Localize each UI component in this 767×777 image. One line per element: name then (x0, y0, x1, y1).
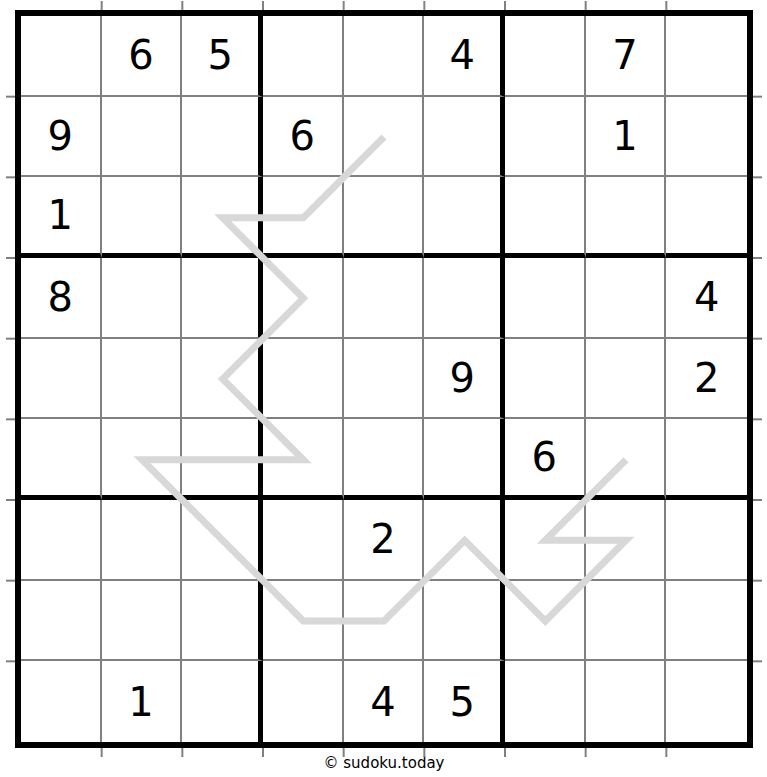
sudoku-board: 65479611849262145 (15, 10, 753, 748)
cell-r9c1[interactable] (21, 661, 102, 742)
cell-r3c4[interactable] (263, 177, 344, 258)
cell-r2c2[interactable] (102, 97, 183, 178)
cell-r3c8[interactable] (586, 177, 667, 258)
cell-r3c1[interactable]: 1 (21, 177, 102, 258)
cell-r7c7[interactable] (505, 500, 586, 581)
cell-r6c1[interactable] (21, 419, 102, 500)
cell-r3c7[interactable] (505, 177, 586, 258)
cell-r4c2[interactable] (102, 258, 183, 339)
cell-r9c5[interactable]: 4 (344, 661, 425, 742)
cell-r5c2[interactable] (102, 339, 183, 420)
given-digit-r5c9: 2 (694, 358, 719, 398)
cell-r7c3[interactable] (182, 500, 263, 581)
cell-r1c7[interactable] (505, 16, 586, 97)
cell-r7c1[interactable] (21, 500, 102, 581)
cell-r8c4[interactable] (263, 581, 344, 662)
cell-r1c2[interactable]: 6 (102, 16, 183, 97)
cell-r8c5[interactable] (344, 581, 425, 662)
cell-r2c8[interactable]: 1 (586, 97, 667, 178)
given-digit-r6c7: 6 (532, 437, 557, 477)
cell-r3c3[interactable] (182, 177, 263, 258)
cell-r2c6[interactable] (424, 97, 505, 178)
cell-r5c6[interactable]: 9 (424, 339, 505, 420)
cell-r1c1[interactable] (21, 16, 102, 97)
cell-r7c6[interactable] (424, 500, 505, 581)
cell-r8c1[interactable] (21, 581, 102, 662)
cell-r9c7[interactable] (505, 661, 586, 742)
given-digit-r7c5: 2 (370, 519, 395, 559)
given-digit-r4c9: 4 (694, 277, 719, 317)
cell-r7c5[interactable]: 2 (344, 500, 425, 581)
cell-r7c9[interactable] (666, 500, 747, 581)
cell-r6c3[interactable] (182, 419, 263, 500)
cell-r8c9[interactable] (666, 581, 747, 662)
cell-r5c8[interactable] (586, 339, 667, 420)
cell-r5c4[interactable] (263, 339, 344, 420)
cell-r4c5[interactable] (344, 258, 425, 339)
cell-r6c4[interactable] (263, 419, 344, 500)
cell-r9c3[interactable] (182, 661, 263, 742)
cell-r5c3[interactable] (182, 339, 263, 420)
cell-r6c2[interactable] (102, 419, 183, 500)
cell-r2c3[interactable] (182, 97, 263, 178)
cell-r4c3[interactable] (182, 258, 263, 339)
given-digit-r3c1: 1 (48, 195, 73, 235)
cell-r6c7[interactable]: 6 (505, 419, 586, 500)
cell-r2c1[interactable]: 9 (21, 97, 102, 178)
cell-r2c7[interactable] (505, 97, 586, 178)
given-digit-r5c6: 9 (449, 358, 474, 398)
sudoku-page: { "game": "sudoku", "board": { "rows": 9… (0, 0, 767, 777)
given-digit-r9c5: 4 (370, 682, 395, 722)
cell-r8c8[interactable] (586, 581, 667, 662)
cell-r4c7[interactable] (505, 258, 586, 339)
cell-r4c1[interactable]: 8 (21, 258, 102, 339)
cell-r6c6[interactable] (424, 419, 505, 500)
cell-r3c2[interactable] (102, 177, 183, 258)
cell-r3c6[interactable] (424, 177, 505, 258)
cell-r9c6[interactable]: 5 (424, 661, 505, 742)
cell-r4c6[interactable] (424, 258, 505, 339)
cell-r9c2[interactable]: 1 (102, 661, 183, 742)
cell-r1c8[interactable]: 7 (586, 16, 667, 97)
cell-r7c4[interactable] (263, 500, 344, 581)
cell-r9c8[interactable] (586, 661, 667, 742)
cell-r1c5[interactable] (344, 16, 425, 97)
given-digit-r2c8: 1 (612, 116, 637, 156)
given-digit-r1c6: 4 (449, 35, 474, 75)
cell-r8c6[interactable] (424, 581, 505, 662)
cell-r2c5[interactable] (344, 97, 425, 178)
copyright-text: © sudoku.today (15, 754, 753, 772)
cell-r6c8[interactable] (586, 419, 667, 500)
cell-r9c9[interactable] (666, 661, 747, 742)
cell-r3c5[interactable] (344, 177, 425, 258)
cell-r7c2[interactable] (102, 500, 183, 581)
cell-r3c9[interactable] (666, 177, 747, 258)
given-digit-r9c6: 5 (449, 682, 474, 722)
cell-r5c1[interactable] (21, 339, 102, 420)
given-digit-r2c1: 9 (48, 116, 73, 156)
cell-r8c7[interactable] (505, 581, 586, 662)
cell-r4c4[interactable] (263, 258, 344, 339)
cell-r1c3[interactable]: 5 (182, 16, 263, 97)
cell-r6c5[interactable] (344, 419, 425, 500)
given-digit-r2c4: 6 (290, 116, 315, 156)
cell-r7c8[interactable] (586, 500, 667, 581)
cell-r2c4[interactable]: 6 (263, 97, 344, 178)
cell-r4c8[interactable] (586, 258, 667, 339)
cell-r8c2[interactable] (102, 581, 183, 662)
cell-r5c5[interactable] (344, 339, 425, 420)
cell-r9c4[interactable] (263, 661, 344, 742)
cell-r6c9[interactable] (666, 419, 747, 500)
given-digit-r4c1: 8 (48, 277, 73, 317)
cell-r1c6[interactable]: 4 (424, 16, 505, 97)
cell-r8c3[interactable] (182, 581, 263, 662)
cell-r1c9[interactable] (666, 16, 747, 97)
cell-r1c4[interactable] (263, 16, 344, 97)
cell-r5c7[interactable] (505, 339, 586, 420)
cell-r2c9[interactable] (666, 97, 747, 178)
given-digit-r1c2: 6 (128, 35, 153, 75)
cell-r5c9[interactable]: 2 (666, 339, 747, 420)
given-digit-r9c2: 1 (128, 682, 153, 722)
given-digit-r1c8: 7 (612, 35, 637, 75)
cell-r4c9[interactable]: 4 (666, 258, 747, 339)
given-digit-r1c3: 5 (207, 35, 232, 75)
